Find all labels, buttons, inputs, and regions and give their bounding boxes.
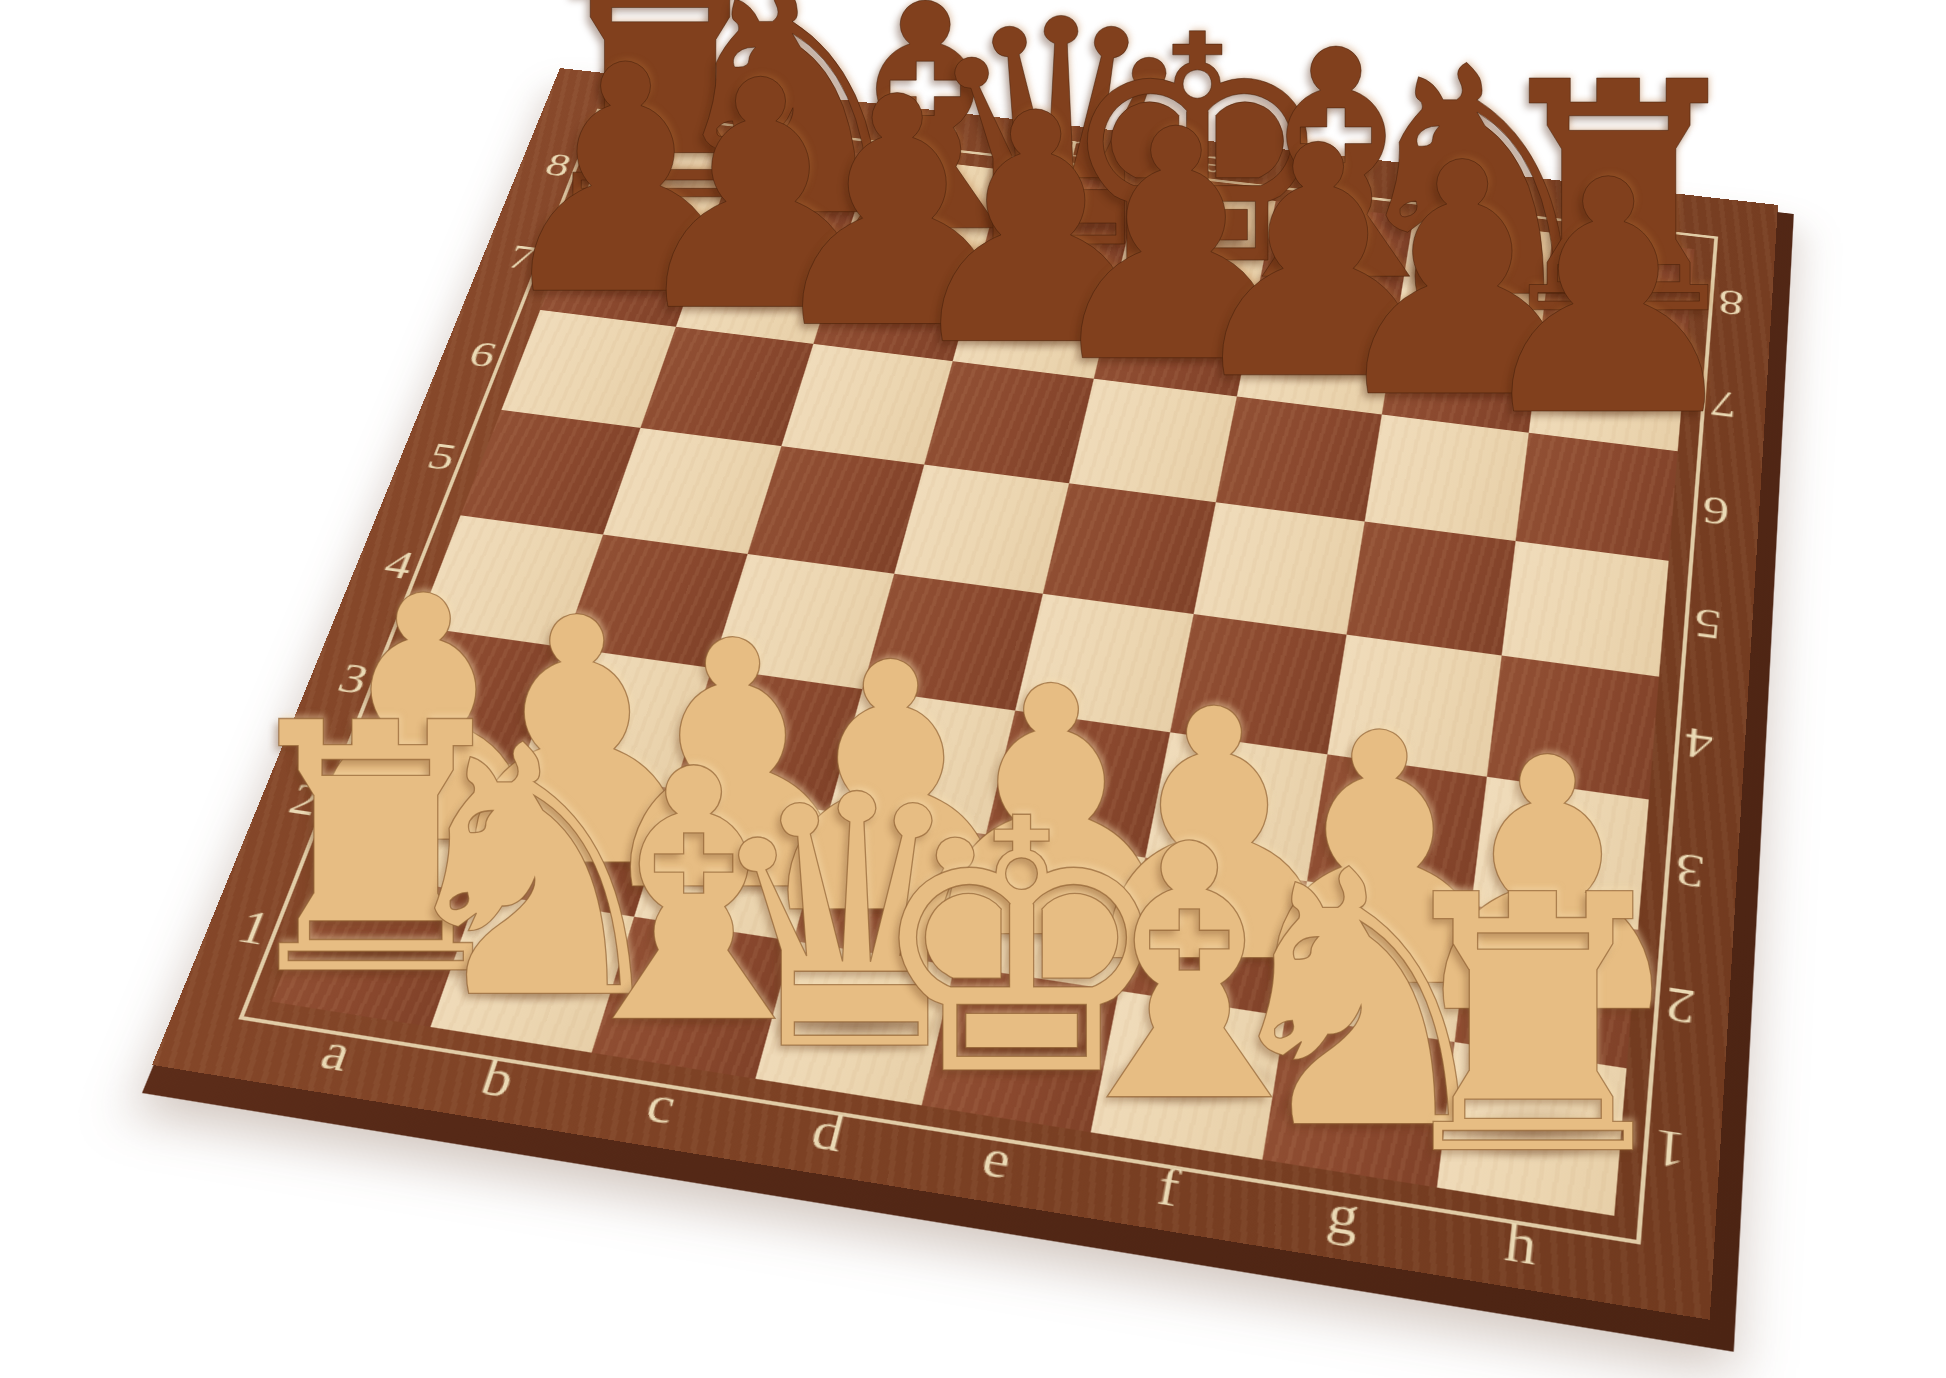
square-d5[interactable]: [894, 465, 1069, 594]
rank-label-5-left: 5: [422, 437, 461, 477]
rank-label-6-right: 6: [1701, 490, 1731, 532]
square-c5[interactable]: [748, 446, 925, 574]
piece-white-rook-h1[interactable]: ♜: [1374, 851, 1692, 1206]
rank-label-5-right: 5: [1693, 602, 1723, 646]
square-f5[interactable]: [1194, 502, 1365, 634]
photo-stage: Overhead angled photo of a wooden tourna…: [0, 0, 1946, 1378]
square-h5[interactable]: [1502, 541, 1669, 677]
square-e5[interactable]: [1043, 483, 1216, 614]
piece-black-pawn-h7[interactable]: ♟: [1464, 139, 1753, 461]
square-g5[interactable]: [1347, 522, 1516, 656]
